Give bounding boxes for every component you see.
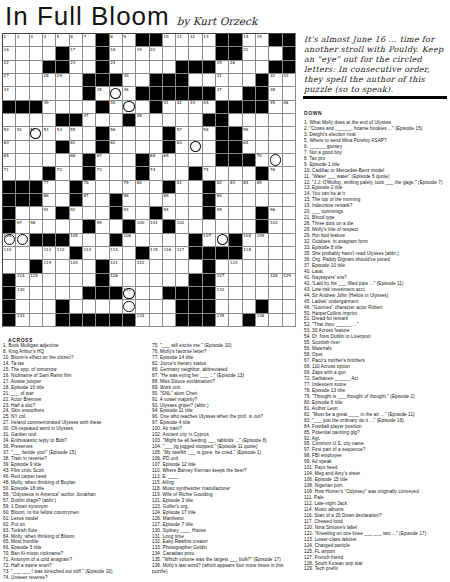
grid-cell[interactable] bbox=[136, 287, 149, 300]
grid-cell[interactable] bbox=[283, 194, 296, 207]
grid-cell[interactable]: 79 bbox=[123, 181, 136, 194]
grid-cell[interactable]: 13 bbox=[203, 34, 216, 47]
grid-cell[interactable]: 134 bbox=[136, 314, 149, 327]
grid-cell[interactable] bbox=[3, 114, 16, 127]
grid-cell[interactable] bbox=[176, 234, 189, 247]
grid-cell[interactable] bbox=[189, 194, 202, 207]
grid-cell[interactable]: 106 bbox=[123, 234, 136, 247]
grid-cell[interactable] bbox=[189, 181, 202, 194]
grid-cell[interactable]: 25 bbox=[216, 61, 229, 74]
grid-cell[interactable] bbox=[283, 300, 296, 313]
grid-cell[interactable] bbox=[150, 61, 163, 74]
grid-cell[interactable] bbox=[163, 167, 176, 180]
grid-cell[interactable] bbox=[110, 114, 123, 127]
grid-cell[interactable] bbox=[30, 300, 43, 313]
grid-cell[interactable] bbox=[70, 87, 83, 100]
grid-cell[interactable] bbox=[16, 141, 29, 154]
grid-cell[interactable] bbox=[30, 61, 43, 74]
grid-cell[interactable] bbox=[229, 87, 242, 100]
grid-cell[interactable] bbox=[43, 114, 56, 127]
grid-cell[interactable]: 99 bbox=[96, 220, 109, 233]
grid-cell[interactable]: 16 bbox=[3, 47, 16, 60]
grid-cell[interactable] bbox=[269, 194, 282, 207]
grid-cell[interactable] bbox=[83, 260, 96, 273]
grid-cell[interactable] bbox=[256, 274, 269, 287]
grid-cell[interactable] bbox=[70, 220, 83, 233]
grid-cell[interactable] bbox=[163, 260, 176, 273]
grid-cell[interactable]: 63 bbox=[176, 141, 189, 154]
grid-cell[interactable]: 3 bbox=[30, 34, 43, 47]
grid-cell[interactable] bbox=[189, 154, 202, 167]
grid-cell[interactable]: 123 bbox=[229, 260, 242, 273]
grid-cell[interactable] bbox=[136, 274, 149, 287]
grid-cell[interactable] bbox=[229, 314, 242, 327]
grid-cell[interactable] bbox=[70, 101, 83, 114]
grid-cell[interactable] bbox=[16, 260, 29, 273]
grid-cell[interactable] bbox=[256, 127, 269, 140]
grid-cell[interactable] bbox=[256, 194, 269, 207]
grid-cell[interactable] bbox=[30, 247, 43, 260]
grid-cell[interactable]: 95 bbox=[216, 207, 229, 220]
grid-cell[interactable]: 85 bbox=[256, 181, 269, 194]
grid-cell[interactable]: 127 bbox=[216, 274, 229, 287]
grid-cell[interactable] bbox=[203, 220, 216, 233]
grid-cell[interactable] bbox=[216, 234, 229, 247]
grid-cell[interactable]: 112 bbox=[56, 247, 69, 260]
grid-cell[interactable] bbox=[123, 127, 136, 140]
grid-cell[interactable] bbox=[176, 47, 189, 60]
grid-cell[interactable] bbox=[70, 167, 83, 180]
grid-cell[interactable] bbox=[176, 194, 189, 207]
grid-cell[interactable] bbox=[256, 287, 269, 300]
grid-cell[interactable]: 65 bbox=[3, 154, 16, 167]
grid-cell[interactable] bbox=[150, 114, 163, 127]
grid-cell[interactable] bbox=[189, 207, 202, 220]
grid-cell[interactable] bbox=[16, 61, 29, 74]
grid-cell[interactable] bbox=[83, 234, 96, 247]
grid-cell[interactable] bbox=[256, 61, 269, 74]
grid-cell[interactable] bbox=[229, 207, 242, 220]
grid-cell[interactable] bbox=[56, 220, 69, 233]
grid-cell[interactable]: 42 bbox=[176, 101, 189, 114]
grid-cell[interactable]: 90 bbox=[216, 194, 229, 207]
grid-cell[interactable]: 122 bbox=[136, 260, 149, 273]
grid-cell[interactable] bbox=[136, 74, 149, 87]
grid-cell[interactable] bbox=[30, 74, 43, 87]
grid-cell[interactable] bbox=[243, 167, 256, 180]
grid-cell[interactable]: 51 bbox=[16, 127, 29, 140]
grid-cell[interactable] bbox=[30, 141, 43, 154]
grid-cell[interactable] bbox=[176, 154, 189, 167]
grid-cell[interactable] bbox=[176, 114, 189, 127]
grid-cell[interactable] bbox=[283, 141, 296, 154]
grid-cell[interactable]: 35 bbox=[96, 87, 109, 100]
grid-cell[interactable]: 98 bbox=[30, 220, 43, 233]
grid-cell[interactable]: 28 bbox=[43, 74, 56, 87]
grid-cell[interactable] bbox=[30, 167, 43, 180]
grid-cell[interactable] bbox=[43, 300, 56, 313]
grid-cell[interactable] bbox=[83, 300, 96, 313]
grid-cell[interactable] bbox=[56, 287, 69, 300]
grid-cell[interactable] bbox=[256, 260, 269, 273]
grid-cell[interactable] bbox=[43, 287, 56, 300]
grid-cell[interactable] bbox=[16, 234, 29, 247]
grid-cell[interactable] bbox=[203, 154, 216, 167]
grid-cell[interactable]: 82 bbox=[216, 181, 229, 194]
grid-cell[interactable] bbox=[150, 127, 163, 140]
grid-cell[interactable]: 124 bbox=[16, 274, 29, 287]
grid-cell[interactable] bbox=[123, 154, 136, 167]
grid-cell[interactable]: 40 bbox=[110, 101, 123, 114]
grid-cell[interactable] bbox=[229, 114, 242, 127]
grid-cell[interactable] bbox=[283, 220, 296, 233]
grid-cell[interactable]: 114 bbox=[110, 247, 123, 260]
grid-cell[interactable] bbox=[216, 260, 229, 273]
grid-cell[interactable]: 131 bbox=[123, 287, 136, 300]
grid-cell[interactable] bbox=[269, 260, 282, 273]
grid-cell[interactable] bbox=[123, 300, 136, 313]
grid-cell[interactable]: 103 bbox=[269, 220, 282, 233]
grid-cell[interactable] bbox=[283, 181, 296, 194]
grid-cell[interactable] bbox=[203, 47, 216, 60]
grid-cell[interactable]: 67 bbox=[96, 154, 109, 167]
grid-cell[interactable] bbox=[16, 74, 29, 87]
crossword-grid[interactable]: 1234567891011121314151617181920212223242… bbox=[2, 33, 296, 327]
grid-cell[interactable]: 92 bbox=[70, 207, 83, 220]
grid-cell[interactable]: 53 bbox=[43, 127, 56, 140]
grid-cell[interactable] bbox=[16, 167, 29, 180]
grid-cell[interactable] bbox=[150, 274, 163, 287]
grid-cell[interactable]: 14 bbox=[243, 34, 256, 47]
grid-cell[interactable] bbox=[123, 167, 136, 180]
grid-cell[interactable] bbox=[243, 114, 256, 127]
grid-cell[interactable]: 111 bbox=[43, 247, 56, 260]
grid-cell[interactable] bbox=[283, 127, 296, 140]
grid-cell[interactable]: 75 bbox=[203, 167, 216, 180]
grid-cell[interactable] bbox=[43, 274, 56, 287]
grid-cell[interactable]: 29 bbox=[56, 74, 69, 87]
grid-cell[interactable] bbox=[96, 300, 109, 313]
grid-cell[interactable] bbox=[269, 181, 282, 194]
grid-cell[interactable] bbox=[269, 114, 282, 127]
grid-cell[interactable]: 69 bbox=[163, 154, 176, 167]
grid-cell[interactable]: 4 bbox=[43, 34, 56, 47]
grid-cell[interactable] bbox=[70, 300, 83, 313]
grid-cell[interactable] bbox=[96, 247, 109, 260]
grid-cell[interactable] bbox=[136, 141, 149, 154]
grid-cell[interactable]: 80 bbox=[136, 181, 149, 194]
grid-cell[interactable] bbox=[110, 220, 123, 233]
grid-cell[interactable] bbox=[30, 207, 43, 220]
grid-cell[interactable]: 24 bbox=[110, 61, 123, 74]
grid-cell[interactable] bbox=[136, 207, 149, 220]
grid-cell[interactable] bbox=[30, 87, 43, 100]
grid-cell[interactable] bbox=[269, 127, 282, 140]
grid-cell[interactable]: 38 bbox=[269, 87, 282, 100]
grid-cell[interactable] bbox=[16, 300, 29, 313]
grid-cell[interactable]: 130 bbox=[16, 287, 29, 300]
grid-cell[interactable] bbox=[229, 194, 242, 207]
grid-cell[interactable]: 5 bbox=[56, 34, 69, 47]
grid-cell[interactable] bbox=[43, 141, 56, 154]
grid-cell[interactable] bbox=[283, 247, 296, 260]
grid-cell[interactable] bbox=[283, 314, 296, 327]
grid-cell[interactable] bbox=[269, 314, 282, 327]
grid-cell[interactable]: 86 bbox=[43, 194, 56, 207]
grid-cell[interactable] bbox=[256, 47, 269, 60]
grid-cell[interactable]: 59 bbox=[243, 127, 256, 140]
grid-cell[interactable]: 83 bbox=[229, 181, 242, 194]
grid-cell[interactable] bbox=[96, 207, 109, 220]
grid-cell[interactable] bbox=[163, 61, 176, 74]
grid-cell[interactable]: 96 bbox=[269, 207, 282, 220]
grid-cell[interactable] bbox=[56, 194, 69, 207]
grid-cell[interactable]: 108 bbox=[243, 234, 256, 247]
grid-cell[interactable] bbox=[163, 47, 176, 60]
grid-cell[interactable] bbox=[163, 114, 176, 127]
grid-cell[interactable] bbox=[150, 234, 163, 247]
grid-cell[interactable] bbox=[269, 300, 282, 313]
grid-cell[interactable]: 26 bbox=[229, 61, 242, 74]
grid-cell[interactable] bbox=[256, 247, 269, 260]
grid-cell[interactable] bbox=[43, 220, 56, 233]
grid-cell[interactable] bbox=[123, 61, 136, 74]
grid-cell[interactable]: 118 bbox=[243, 247, 256, 260]
grid-cell[interactable] bbox=[189, 114, 202, 127]
grid-cell[interactable] bbox=[163, 300, 176, 313]
grid-cell[interactable] bbox=[150, 194, 163, 207]
grid-cell[interactable] bbox=[189, 47, 202, 60]
grid-cell[interactable]: 32 bbox=[269, 74, 282, 87]
grid-cell[interactable] bbox=[43, 314, 56, 327]
grid-cell[interactable]: 72 bbox=[56, 167, 69, 180]
grid-cell[interactable] bbox=[269, 141, 282, 154]
grid-cell[interactable] bbox=[150, 300, 163, 313]
grid-cell[interactable] bbox=[283, 114, 296, 127]
grid-cell[interactable] bbox=[269, 154, 282, 167]
grid-cell[interactable]: 73 bbox=[96, 167, 109, 180]
grid-cell[interactable] bbox=[189, 74, 202, 87]
grid-cell[interactable]: 21 bbox=[243, 47, 256, 60]
grid-cell[interactable] bbox=[16, 247, 29, 260]
grid-cell[interactable] bbox=[110, 300, 123, 313]
grid-cell[interactable] bbox=[30, 314, 43, 327]
grid-cell[interactable]: 105 bbox=[70, 234, 83, 247]
grid-cell[interactable] bbox=[150, 181, 163, 194]
grid-cell[interactable] bbox=[216, 220, 229, 233]
grid-cell[interactable] bbox=[269, 234, 282, 247]
grid-cell[interactable] bbox=[176, 274, 189, 287]
grid-cell[interactable]: 136 bbox=[256, 314, 269, 327]
grid-cell[interactable]: 39 bbox=[43, 101, 56, 114]
grid-cell[interactable] bbox=[83, 101, 96, 114]
grid-cell[interactable]: 87 bbox=[83, 194, 96, 207]
grid-cell[interactable]: 48 bbox=[136, 114, 149, 127]
grid-cell[interactable]: 62 bbox=[110, 141, 123, 154]
grid-cell[interactable] bbox=[189, 220, 202, 233]
grid-cell[interactable]: 61 bbox=[70, 141, 83, 154]
grid-cell[interactable]: 36 bbox=[123, 87, 136, 100]
grid-cell[interactable] bbox=[83, 47, 96, 60]
grid-cell[interactable] bbox=[56, 274, 69, 287]
grid-cell[interactable] bbox=[30, 154, 43, 167]
grid-cell[interactable]: 18 bbox=[110, 47, 123, 60]
grid-cell[interactable]: 27 bbox=[3, 74, 16, 87]
grid-cell[interactable]: 55 bbox=[70, 127, 83, 140]
grid-cell[interactable]: 71 bbox=[3, 167, 16, 180]
grid-cell[interactable]: 56 bbox=[110, 127, 123, 140]
grid-cell[interactable]: 57 bbox=[176, 127, 189, 140]
grid-cell[interactable]: 15 bbox=[256, 34, 269, 47]
grid-cell[interactable] bbox=[163, 274, 176, 287]
grid-cell[interactable] bbox=[216, 167, 229, 180]
grid-cell[interactable] bbox=[243, 74, 256, 87]
grid-cell[interactable] bbox=[176, 260, 189, 273]
grid-cell[interactable]: 11 bbox=[176, 34, 189, 47]
grid-cell[interactable] bbox=[70, 274, 83, 287]
grid-cell[interactable]: 54 bbox=[56, 127, 69, 140]
grid-cell[interactable] bbox=[243, 194, 256, 207]
grid-cell[interactable] bbox=[83, 61, 96, 74]
grid-cell[interactable] bbox=[96, 181, 109, 194]
grid-cell[interactable]: 93 bbox=[123, 207, 136, 220]
grid-cell[interactable] bbox=[136, 234, 149, 247]
grid-cell[interactable] bbox=[136, 101, 149, 114]
grid-cell[interactable] bbox=[150, 260, 163, 273]
grid-cell[interactable] bbox=[243, 274, 256, 287]
grid-cell[interactable] bbox=[189, 127, 202, 140]
grid-cell[interactable] bbox=[70, 287, 83, 300]
grid-cell[interactable] bbox=[110, 154, 123, 167]
grid-cell[interactable] bbox=[83, 141, 96, 154]
grid-cell[interactable]: 37 bbox=[216, 87, 229, 100]
grid-cell[interactable]: 88 bbox=[123, 194, 136, 207]
grid-cell[interactable]: 12 bbox=[189, 34, 202, 47]
grid-cell[interactable] bbox=[123, 260, 136, 273]
grid-cell[interactable] bbox=[229, 300, 242, 313]
grid-cell[interactable]: 117 bbox=[176, 247, 189, 260]
grid-cell[interactable] bbox=[203, 141, 216, 154]
grid-cell[interactable]: 23 bbox=[70, 61, 83, 74]
grid-cell[interactable] bbox=[16, 114, 29, 127]
grid-cell[interactable] bbox=[16, 154, 29, 167]
grid-cell[interactable] bbox=[110, 181, 123, 194]
grid-cell[interactable] bbox=[43, 154, 56, 167]
grid-cell[interactable]: 107 bbox=[203, 234, 216, 247]
grid-cell[interactable]: 52 bbox=[30, 127, 43, 140]
grid-cell[interactable] bbox=[16, 87, 29, 100]
grid-cell[interactable]: 7 bbox=[83, 34, 96, 47]
grid-cell[interactable] bbox=[283, 87, 296, 100]
grid-cell[interactable]: 81 bbox=[176, 181, 189, 194]
grid-cell[interactable] bbox=[56, 87, 69, 100]
grid-cell[interactable] bbox=[30, 287, 43, 300]
grid-cell[interactable] bbox=[163, 234, 176, 247]
grid-cell[interactable]: 47 bbox=[83, 114, 96, 127]
grid-cell[interactable]: 77 bbox=[43, 181, 56, 194]
grid-cell[interactable] bbox=[56, 181, 69, 194]
grid-cell[interactable]: 60 bbox=[3, 141, 16, 154]
grid-cell[interactable] bbox=[123, 47, 136, 60]
grid-cell[interactable]: 132 bbox=[216, 287, 229, 300]
grid-cell[interactable] bbox=[30, 47, 43, 60]
grid-cell[interactable]: 20 bbox=[150, 47, 163, 60]
grid-cell[interactable]: 44 bbox=[203, 101, 216, 114]
grid-cell[interactable] bbox=[283, 260, 296, 273]
grid-cell[interactable]: 113 bbox=[83, 247, 96, 260]
grid-cell[interactable]: 76 bbox=[269, 167, 282, 180]
grid-cell[interactable] bbox=[150, 141, 163, 154]
grid-cell[interactable] bbox=[96, 194, 109, 207]
grid-cell[interactable]: 8 bbox=[110, 34, 123, 47]
grid-cell[interactable]: 31 bbox=[216, 74, 229, 87]
grid-cell[interactable]: 102 bbox=[176, 220, 189, 233]
grid-cell[interactable] bbox=[136, 194, 149, 207]
grid-cell[interactable] bbox=[176, 167, 189, 180]
grid-cell[interactable]: 119 bbox=[43, 260, 56, 273]
grid-cell[interactable] bbox=[83, 207, 96, 220]
grid-cell[interactable] bbox=[256, 114, 269, 127]
grid-cell[interactable] bbox=[283, 234, 296, 247]
grid-cell[interactable]: 74 bbox=[150, 167, 163, 180]
grid-cell[interactable]: 45 bbox=[269, 101, 282, 114]
grid-cell[interactable] bbox=[256, 141, 269, 154]
grid-cell[interactable] bbox=[123, 101, 136, 114]
grid-cell[interactable]: 84 bbox=[243, 181, 256, 194]
grid-cell[interactable] bbox=[189, 141, 202, 154]
grid-cell[interactable] bbox=[43, 87, 56, 100]
grid-cell[interactable] bbox=[283, 207, 296, 220]
grid-cell[interactable]: 129 bbox=[283, 274, 296, 287]
grid-cell[interactable] bbox=[243, 260, 256, 273]
grid-cell[interactable] bbox=[56, 101, 69, 114]
grid-cell[interactable]: 6 bbox=[70, 34, 83, 47]
grid-cell[interactable]: 109 bbox=[256, 234, 269, 247]
grid-cell[interactable]: 89 bbox=[163, 194, 176, 207]
grid-cell[interactable]: 104 bbox=[3, 234, 16, 247]
grid-cell[interactable] bbox=[243, 220, 256, 233]
grid-cell[interactable] bbox=[110, 87, 123, 100]
grid-cell[interactable] bbox=[56, 260, 69, 273]
grid-cell[interactable] bbox=[110, 167, 123, 180]
grid-cell[interactable]: 116 bbox=[163, 247, 176, 260]
grid-cell[interactable]: 120 bbox=[70, 260, 83, 273]
grid-cell[interactable] bbox=[243, 300, 256, 313]
grid-cell[interactable] bbox=[96, 234, 109, 247]
grid-cell[interactable]: 22 bbox=[3, 61, 16, 74]
grid-cell[interactable] bbox=[243, 61, 256, 74]
grid-cell[interactable] bbox=[163, 314, 176, 327]
grid-cell[interactable]: 100 bbox=[136, 220, 149, 233]
grid-cell[interactable]: 126 bbox=[110, 274, 123, 287]
grid-cell[interactable] bbox=[243, 287, 256, 300]
grid-cell[interactable]: 33 bbox=[283, 74, 296, 87]
grid-cell[interactable] bbox=[3, 260, 16, 273]
grid-cell[interactable]: 66 bbox=[70, 154, 83, 167]
grid-cell[interactable]: 64 bbox=[243, 141, 256, 154]
grid-cell[interactable] bbox=[70, 74, 83, 87]
grid-cell[interactable] bbox=[229, 274, 242, 287]
grid-cell[interactable] bbox=[269, 247, 282, 260]
grid-cell[interactable] bbox=[216, 300, 229, 313]
grid-cell[interactable] bbox=[229, 220, 242, 233]
grid-cell[interactable]: 1 bbox=[3, 34, 16, 47]
grid-cell[interactable]: 68 bbox=[150, 154, 163, 167]
grid-cell[interactable]: 9 bbox=[123, 34, 136, 47]
grid-cell[interactable]: 2 bbox=[16, 34, 29, 47]
grid-cell[interactable]: 121 bbox=[110, 260, 123, 273]
grid-cell[interactable] bbox=[203, 74, 216, 87]
